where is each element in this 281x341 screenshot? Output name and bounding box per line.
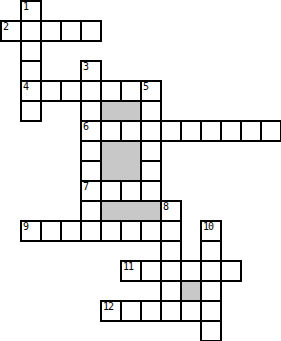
blocked-region <box>120 100 142 122</box>
grid-cell-r14c8[interactable] <box>160 280 182 302</box>
grid-cell-r13c11[interactable] <box>220 260 242 282</box>
grid-cell-r5c1[interactable] <box>20 100 42 122</box>
grid-cell-r2c1[interactable] <box>20 40 42 62</box>
blocked-region <box>120 200 142 222</box>
blocked-region <box>120 160 142 182</box>
grid-cell-r4c1[interactable]: 4 <box>20 80 42 102</box>
grid-cell-r5c7[interactable] <box>140 100 162 122</box>
grid-cell-r6c7[interactable] <box>140 120 162 142</box>
grid-cell-r15c7[interactable] <box>140 300 162 322</box>
grid-cell-r13c7[interactable] <box>140 260 162 282</box>
grid-cell-r9c6[interactable] <box>120 180 142 202</box>
grid-cell-r1c3[interactable] <box>60 20 82 42</box>
grid-cell-r6c8[interactable] <box>160 120 182 142</box>
grid-cell-r11c7[interactable] <box>140 220 162 242</box>
clue-number: 12 <box>103 302 113 311</box>
grid-cell-r6c5[interactable] <box>100 120 122 142</box>
grid-cell-r12c8[interactable] <box>160 240 182 262</box>
grid-cell-r10c4[interactable] <box>80 200 102 222</box>
grid-cell-r6c9[interactable] <box>180 120 202 142</box>
blocked-region <box>140 200 162 222</box>
grid-cell-r12c10[interactable] <box>200 240 222 262</box>
grid-cell-r9c7[interactable] <box>140 180 162 202</box>
grid-cell-r8c4[interactable] <box>80 160 102 182</box>
grid-cell-r13c10[interactable] <box>200 260 222 282</box>
grid-cell-r11c10[interactable]: 10 <box>200 220 222 242</box>
grid-cell-r11c8[interactable] <box>160 220 182 242</box>
clue-number: 10 <box>203 222 213 231</box>
grid-cell-r11c5[interactable] <box>100 220 122 242</box>
grid-cell-r15c6[interactable] <box>120 300 142 322</box>
grid-cell-r11c3[interactable] <box>60 220 82 242</box>
clue-number: 6 <box>83 122 88 131</box>
grid-cell-r3c1[interactable] <box>20 60 42 82</box>
grid-cell-r3c4[interactable]: 3 <box>80 60 102 82</box>
grid-cell-r6c13[interactable] <box>260 120 281 142</box>
clue-number: 2 <box>3 22 8 31</box>
clue-number: 4 <box>23 82 28 91</box>
grid-cell-r15c10[interactable] <box>200 300 222 322</box>
grid-cell-r15c8[interactable] <box>160 300 182 322</box>
grid-cell-r11c6[interactable] <box>120 220 142 242</box>
grid-cell-r1c4[interactable] <box>80 20 102 42</box>
grid-cell-r9c4[interactable]: 7 <box>80 180 102 202</box>
grid-cell-r6c6[interactable] <box>120 120 142 142</box>
grid-cell-r8c7[interactable] <box>140 160 162 182</box>
grid-cell-r1c2[interactable] <box>40 20 62 42</box>
clue-number: 3 <box>83 62 88 71</box>
grid-cell-r13c9[interactable] <box>180 260 202 282</box>
grid-cell-r11c2[interactable] <box>40 220 62 242</box>
grid-cell-r6c4[interactable]: 6 <box>80 120 102 142</box>
clue-number: 7 <box>83 182 88 191</box>
blocked-region <box>100 140 122 162</box>
grid-cell-r14c10[interactable] <box>200 280 222 302</box>
blocked-region <box>120 140 142 162</box>
blocked-region <box>100 200 122 222</box>
clue-number: 5 <box>143 82 148 91</box>
grid-cell-r11c1[interactable]: 9 <box>20 220 42 242</box>
grid-cell-r4c7[interactable]: 5 <box>140 80 162 102</box>
grid-cell-r0c1[interactable]: 1 <box>20 0 42 22</box>
grid-cell-r4c2[interactable] <box>40 80 62 102</box>
grid-cell-r9c5[interactable] <box>100 180 122 202</box>
grid-cell-r1c0[interactable]: 2 <box>0 20 22 42</box>
grid-cell-r4c6[interactable] <box>120 80 142 102</box>
clue-number: 11 <box>123 262 133 271</box>
grid-cell-r15c5[interactable]: 12 <box>100 300 122 322</box>
grid-cell-r15c9[interactable] <box>180 300 202 322</box>
grid-cell-r7c7[interactable] <box>140 140 162 162</box>
grid-cell-r1c1[interactable] <box>20 20 42 42</box>
crossword-board: 123456789101112 <box>0 0 281 341</box>
grid-cell-r13c6[interactable]: 11 <box>120 260 142 282</box>
blocked-region <box>100 160 122 182</box>
grid-cell-r4c3[interactable] <box>60 80 82 102</box>
clue-number: 8 <box>163 202 168 211</box>
grid-cell-r7c4[interactable] <box>80 140 102 162</box>
grid-cell-r6c12[interactable] <box>240 120 262 142</box>
grid-cell-r16c10[interactable] <box>200 320 222 341</box>
grid-cell-r13c8[interactable] <box>160 260 182 282</box>
clue-number: 1 <box>23 2 28 11</box>
blocked-region <box>100 100 122 122</box>
clue-number: 9 <box>23 222 28 231</box>
grid-cell-r11c4[interactable] <box>80 220 102 242</box>
grid-cell-r5c4[interactable] <box>80 100 102 122</box>
blocked-region <box>180 280 202 302</box>
grid-cell-r10c8[interactable]: 8 <box>160 200 182 222</box>
grid-cell-r6c11[interactable] <box>220 120 242 142</box>
grid-cell-r4c5[interactable] <box>100 80 122 102</box>
grid-cell-r6c10[interactable] <box>200 120 222 142</box>
grid-cell-r4c4[interactable] <box>80 80 102 102</box>
